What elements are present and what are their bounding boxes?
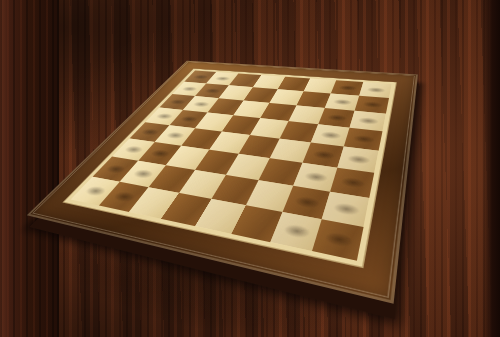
right-wood-edge xyxy=(482,0,500,337)
board-squares: ♜♟♟♜♞♟♟♞♝♟♟♝♚♟♟♚♛♟♟♛♝♟♟♝♞♟♟♞♜♟♟♜ xyxy=(71,70,392,260)
board-perspective: ♜♟♟♜♞♟♟♞♝♟♟♝♚♟♟♚♛♟♟♛♝♟♟♝♞♟♟♞♜♟♟♜ xyxy=(81,0,420,304)
square-a1[interactable]: ♜ xyxy=(312,219,364,260)
scene: ♜♟♟♜♞♟♟♞♝♟♟♝♚♟♟♚♛♟♟♛♝♟♟♝♞♟♟♞♜♟♟♜ xyxy=(0,0,500,337)
white-rook-piece: ♜ xyxy=(297,192,375,246)
